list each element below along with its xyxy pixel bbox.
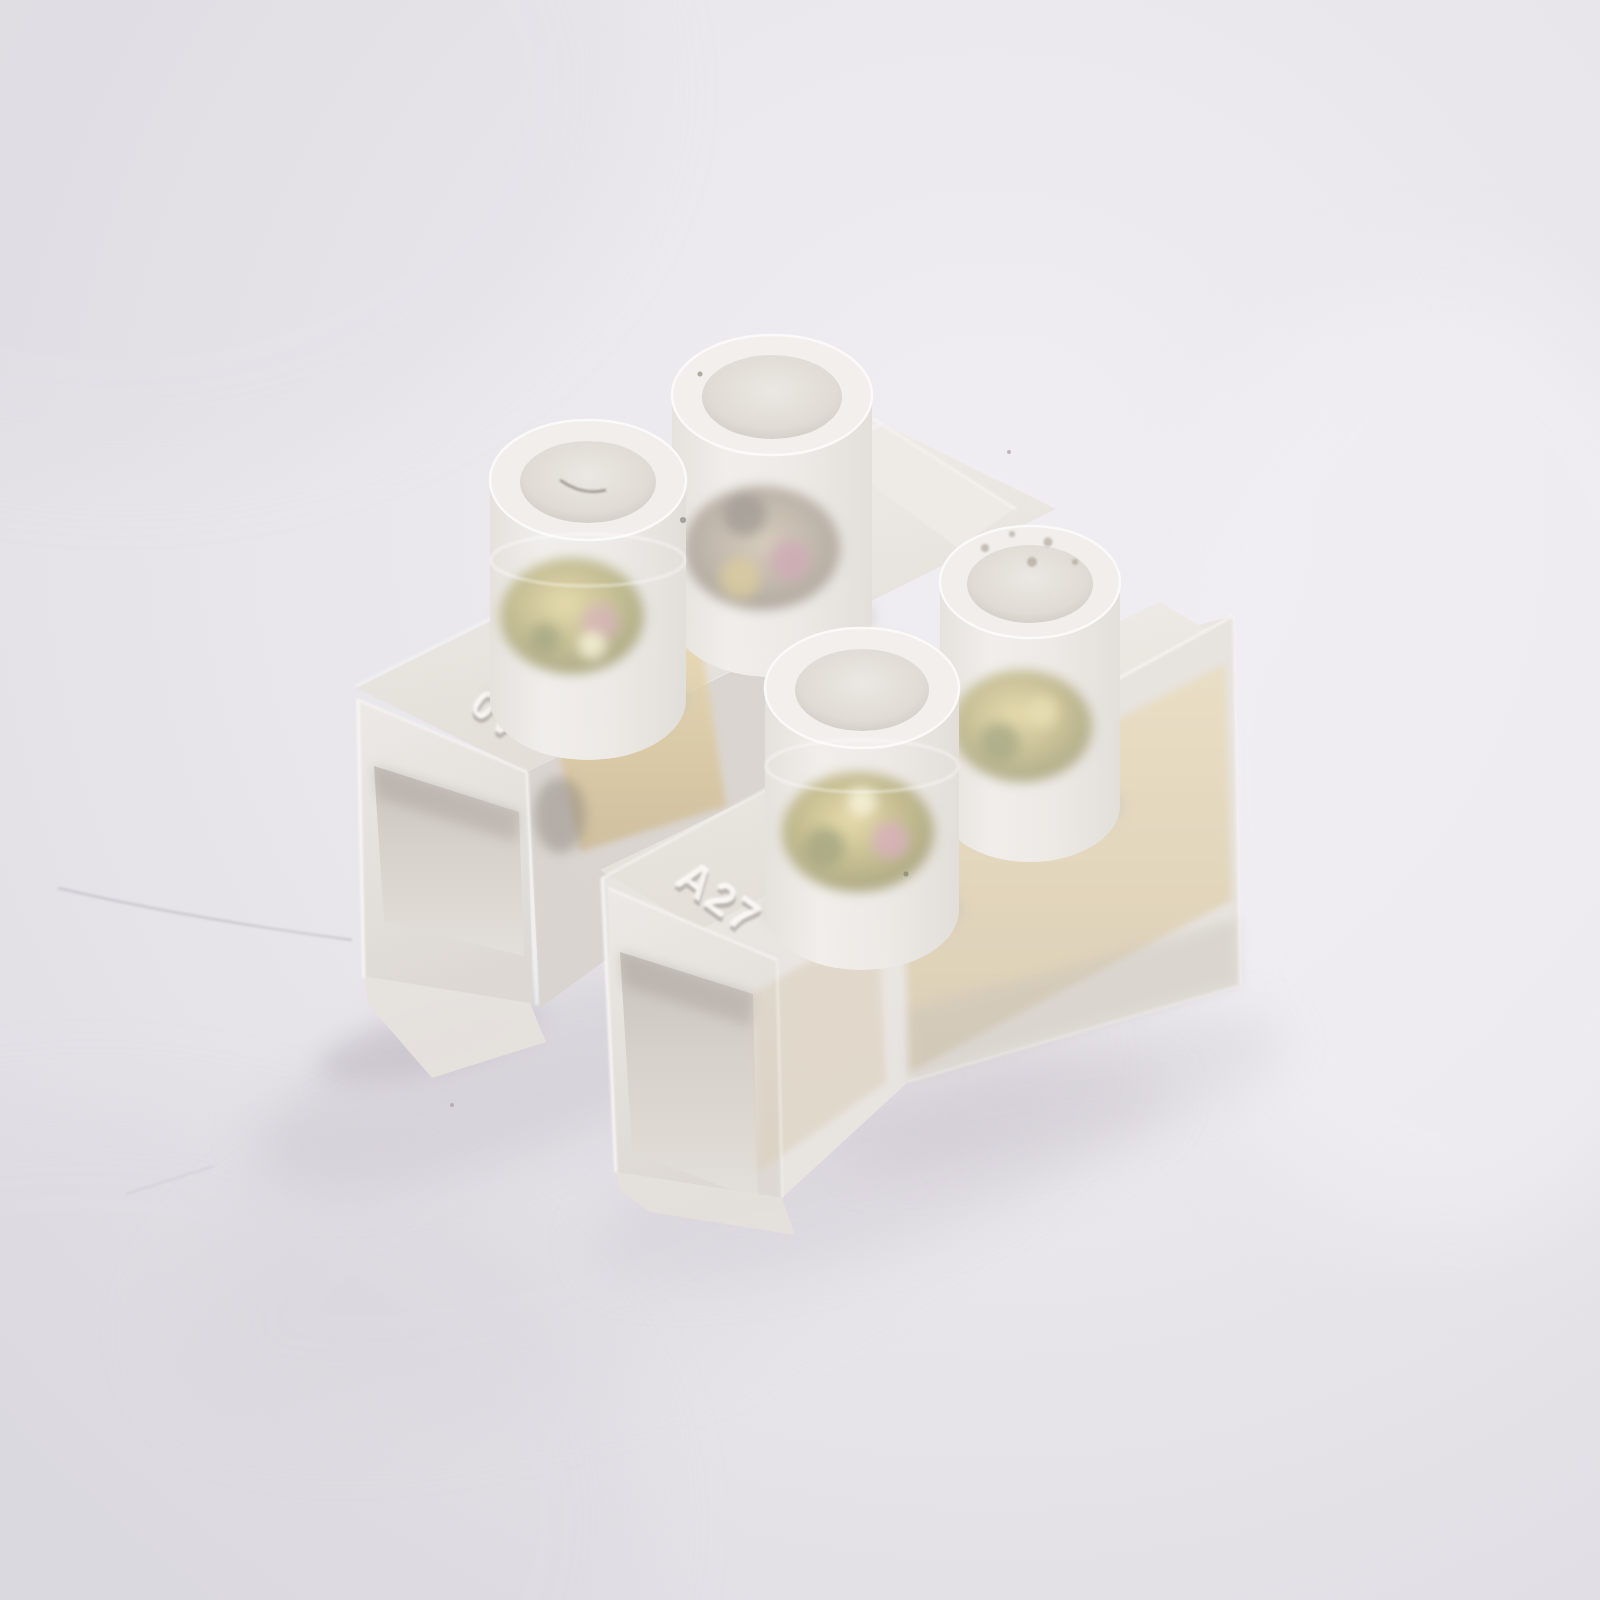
photo-canvas: 0V 0V [0,0,1600,1600]
dust-speck [698,372,703,377]
screw-port-front-left [489,420,691,760]
port-d-rim-inner [795,649,929,731]
slot-shadow-smudge [534,777,586,853]
port-a-rim-inner [520,441,656,523]
port-c-rim-inner [967,545,1093,623]
port-b-rim-inner [702,355,842,439]
photo-svg: 0V 0V [0,0,1600,1600]
screw-port-rear-right [935,526,1125,862]
screw-port-front-right [764,628,964,970]
screw-port-rear-left [669,335,875,677]
